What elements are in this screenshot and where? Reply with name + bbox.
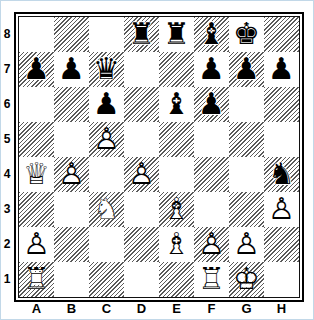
chess-board: ♜♜♝♚♟♟♛♟♟♟♟♝♟♟♙♛♕♟♙♟♙♞♞♘♝♗♟♙♟♙♝♗♟♙♟♙♜♖♜♖… xyxy=(19,17,299,297)
white-pawn-outline: ♙ xyxy=(264,192,299,227)
square-h3[interactable]: ♟♙ xyxy=(264,192,299,227)
file-label-h: H xyxy=(264,299,299,319)
rank-label-5: 5 xyxy=(1,122,13,157)
square-e5[interactable] xyxy=(159,122,194,157)
square-f1[interactable]: ♜♖ xyxy=(194,262,229,297)
white-queen-outline: ♕ xyxy=(19,157,54,192)
white-pawn-outline: ♙ xyxy=(19,227,54,262)
black-pawn[interactable]: ♟ xyxy=(264,52,299,87)
square-d7[interactable] xyxy=(124,52,159,87)
white-bishop[interactable]: ♝♗ xyxy=(159,192,194,227)
square-c5[interactable]: ♟♙ xyxy=(89,122,124,157)
square-a1[interactable]: ♜♖ xyxy=(19,262,54,297)
black-rook[interactable]: ♜ xyxy=(159,17,194,52)
white-bishop-outline: ♗ xyxy=(159,192,194,227)
square-b5[interactable] xyxy=(54,122,89,157)
square-h6[interactable] xyxy=(264,87,299,122)
square-h4[interactable]: ♞ xyxy=(264,157,299,192)
white-pawn-outline: ♙ xyxy=(54,157,89,192)
white-pawn[interactable]: ♟♙ xyxy=(89,122,124,157)
square-c2[interactable] xyxy=(89,227,124,262)
white-king-outline: ♔ xyxy=(229,262,264,297)
white-pawn[interactable]: ♟♙ xyxy=(194,227,229,262)
square-f7[interactable]: ♟ xyxy=(194,52,229,87)
white-pawn[interactable]: ♟♙ xyxy=(54,157,89,192)
square-d1[interactable] xyxy=(124,262,159,297)
rank-labels: 87654321 xyxy=(1,17,13,297)
square-a7[interactable]: ♟ xyxy=(19,52,54,87)
board-border: ♜♜♝♚♟♟♛♟♟♟♟♝♟♟♙♛♕♟♙♟♙♞♞♘♝♗♟♙♟♙♝♗♟♙♟♙♜♖♜♖… xyxy=(14,12,304,302)
square-b8[interactable] xyxy=(54,17,89,52)
square-h8[interactable] xyxy=(264,17,299,52)
square-d2[interactable] xyxy=(124,227,159,262)
square-b3[interactable] xyxy=(54,192,89,227)
board-inner-border: ♜♜♝♚♟♟♛♟♟♟♟♝♟♟♙♛♕♟♙♟♙♞♞♘♝♗♟♙♟♙♝♗♟♙♟♙♜♖♜♖… xyxy=(18,16,300,298)
rank-label-8: 8 xyxy=(1,17,13,52)
square-d6[interactable] xyxy=(124,87,159,122)
black-pawn[interactable]: ♟ xyxy=(229,52,264,87)
black-pawn[interactable]: ♟ xyxy=(194,87,229,122)
square-a5[interactable] xyxy=(19,122,54,157)
file-label-e: E xyxy=(159,299,194,319)
white-bishop[interactable]: ♝♗ xyxy=(159,227,194,262)
black-bishop[interactable]: ♝ xyxy=(159,87,194,122)
white-pawn-outline: ♙ xyxy=(229,227,264,262)
square-c8[interactable] xyxy=(89,17,124,52)
file-label-c: C xyxy=(89,299,124,319)
white-knight[interactable]: ♞♘ xyxy=(89,192,124,227)
black-pawn[interactable]: ♟ xyxy=(19,52,54,87)
rank-label-4: 4 xyxy=(1,157,13,192)
square-f5[interactable] xyxy=(194,122,229,157)
white-rook-outline: ♖ xyxy=(194,262,229,297)
square-g3[interactable] xyxy=(229,192,264,227)
black-pawn[interactable]: ♟ xyxy=(54,52,89,87)
square-h2[interactable] xyxy=(264,227,299,262)
square-d4[interactable]: ♟♙ xyxy=(124,157,159,192)
square-a6[interactable] xyxy=(19,87,54,122)
white-pawn[interactable]: ♟♙ xyxy=(229,227,264,262)
square-e4[interactable] xyxy=(159,157,194,192)
square-e3[interactable]: ♝♗ xyxy=(159,192,194,227)
black-bishop[interactable]: ♝ xyxy=(194,17,229,52)
white-pawn[interactable]: ♟♙ xyxy=(124,157,159,192)
file-label-a: A xyxy=(19,299,54,319)
square-g7[interactable]: ♟ xyxy=(229,52,264,87)
square-e8[interactable]: ♜ xyxy=(159,17,194,52)
square-c1[interactable] xyxy=(89,262,124,297)
square-g2[interactable]: ♟♙ xyxy=(229,227,264,262)
white-rook[interactable]: ♜♖ xyxy=(194,262,229,297)
rank-label-1: 1 xyxy=(1,262,13,297)
file-label-b: B xyxy=(54,299,89,319)
black-pawn[interactable]: ♟ xyxy=(194,52,229,87)
square-g8[interactable]: ♚ xyxy=(229,17,264,52)
white-knight-outline: ♘ xyxy=(89,192,124,227)
square-b2[interactable] xyxy=(54,227,89,262)
white-pawn-outline: ♙ xyxy=(124,157,159,192)
square-d8[interactable]: ♜ xyxy=(124,17,159,52)
black-rook[interactable]: ♜ xyxy=(124,17,159,52)
square-c3[interactable]: ♞♘ xyxy=(89,192,124,227)
square-f6[interactable]: ♟ xyxy=(194,87,229,122)
rank-label-7: 7 xyxy=(1,52,13,87)
square-b6[interactable] xyxy=(54,87,89,122)
square-h5[interactable] xyxy=(264,122,299,157)
file-label-g: G xyxy=(229,299,264,319)
square-h1[interactable] xyxy=(264,262,299,297)
black-pawn[interactable]: ♟ xyxy=(89,87,124,122)
square-d5[interactable] xyxy=(124,122,159,157)
rank-label-6: 6 xyxy=(1,87,13,122)
square-f8[interactable]: ♝ xyxy=(194,17,229,52)
white-pawn-outline: ♙ xyxy=(194,227,229,262)
square-e1[interactable] xyxy=(159,262,194,297)
square-e7[interactable] xyxy=(159,52,194,87)
white-king[interactable]: ♚♔ xyxy=(229,262,264,297)
square-g6[interactable] xyxy=(229,87,264,122)
square-d3[interactable] xyxy=(124,192,159,227)
white-rook[interactable]: ♜♖ xyxy=(19,262,54,297)
black-king[interactable]: ♚ xyxy=(229,17,264,52)
square-c6[interactable]: ♟ xyxy=(89,87,124,122)
white-rook-outline: ♖ xyxy=(19,262,54,297)
square-e6[interactable]: ♝ xyxy=(159,87,194,122)
black-knight[interactable]: ♞ xyxy=(264,157,299,192)
square-g5[interactable] xyxy=(229,122,264,157)
square-a8[interactable] xyxy=(19,17,54,52)
square-a3[interactable] xyxy=(19,192,54,227)
black-queen[interactable]: ♛ xyxy=(89,52,124,87)
square-e2[interactable]: ♝♗ xyxy=(159,227,194,262)
white-queen[interactable]: ♛♕ xyxy=(19,157,54,192)
file-label-f: F xyxy=(194,299,229,319)
square-a2[interactable]: ♟♙ xyxy=(19,227,54,262)
chess-diagram: 87654321 ♜♜♝♚♟♟♛♟♟♟♟♝♟♟♙♛♕♟♙♟♙♞♞♘♝♗♟♙♟♙♝… xyxy=(0,0,314,320)
square-f3[interactable] xyxy=(194,192,229,227)
square-a4[interactable]: ♛♕ xyxy=(19,157,54,192)
white-bishop-outline: ♗ xyxy=(159,227,194,262)
file-labels: ABCDEFGH xyxy=(19,299,299,319)
rank-label-2: 2 xyxy=(1,227,13,262)
square-b4[interactable]: ♟♙ xyxy=(54,157,89,192)
square-h7[interactable]: ♟ xyxy=(264,52,299,87)
square-g1[interactable]: ♚♔ xyxy=(229,262,264,297)
rank-label-3: 3 xyxy=(1,192,13,227)
square-c7[interactable]: ♛ xyxy=(89,52,124,87)
white-pawn[interactable]: ♟♙ xyxy=(19,227,54,262)
square-f2[interactable]: ♟♙ xyxy=(194,227,229,262)
square-b7[interactable]: ♟ xyxy=(54,52,89,87)
square-g4[interactable] xyxy=(229,157,264,192)
square-b1[interactable] xyxy=(54,262,89,297)
square-c4[interactable] xyxy=(89,157,124,192)
white-pawn[interactable]: ♟♙ xyxy=(264,192,299,227)
square-f4[interactable] xyxy=(194,157,229,192)
file-label-d: D xyxy=(124,299,159,319)
white-pawn-outline: ♙ xyxy=(89,122,124,157)
